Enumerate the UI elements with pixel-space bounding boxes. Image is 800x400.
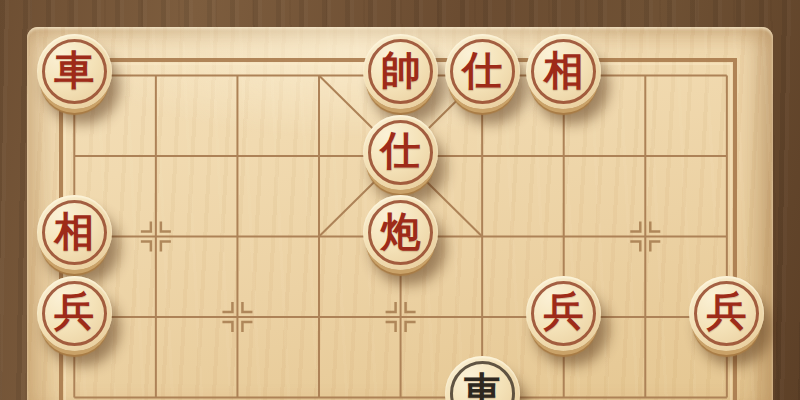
piece-character: 兵 xyxy=(54,291,94,331)
piece-red-soldier[interactable]: 兵 xyxy=(37,276,112,351)
piece-red-advisor[interactable]: 仕 xyxy=(445,34,520,109)
piece-character: 相 xyxy=(544,50,584,90)
piece-character: 仕 xyxy=(381,130,421,170)
piece-character: 車 xyxy=(462,372,502,400)
piece-red-soldier[interactable]: 兵 xyxy=(689,276,764,351)
piece-red-soldier[interactable]: 兵 xyxy=(526,276,601,351)
piece-character: 相 xyxy=(54,211,94,251)
piece-character: 兵 xyxy=(707,291,747,331)
piece-red-chariot[interactable]: 車 xyxy=(37,34,112,109)
piece-red-general[interactable]: 帥 xyxy=(363,34,438,109)
piece-character: 車 xyxy=(54,50,94,90)
piece-red-elephant[interactable]: 相 xyxy=(37,195,112,270)
piece-red-elephant[interactable]: 相 xyxy=(526,34,601,109)
piece-character: 仕 xyxy=(462,50,502,90)
piece-character: 帥 xyxy=(381,50,421,90)
xiangqi-board: 車帥仕相仕相炮兵兵兵車 xyxy=(27,27,773,400)
piece-character: 兵 xyxy=(544,291,584,331)
piece-red-cannon[interactable]: 炮 xyxy=(363,195,438,270)
piece-character: 炮 xyxy=(381,211,421,251)
table-background: 車帥仕相仕相炮兵兵兵車 xyxy=(0,0,800,400)
piece-red-advisor[interactable]: 仕 xyxy=(363,115,438,190)
